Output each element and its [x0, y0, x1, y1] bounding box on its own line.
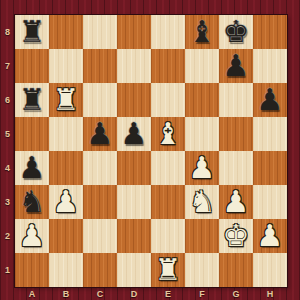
black-pawn-icon[interactable]: ♟: [15, 151, 49, 185]
square-b4[interactable]: [49, 151, 83, 185]
square-c6[interactable]: [83, 83, 117, 117]
file-label: F: [185, 287, 219, 300]
square-a2[interactable]: ♟: [15, 219, 49, 253]
white-bishop-icon[interactable]: ♝: [151, 117, 185, 151]
square-c3[interactable]: [83, 185, 117, 219]
square-e3[interactable]: [151, 185, 185, 219]
square-a3[interactable]: ♞: [15, 185, 49, 219]
rank-label: 8: [0, 15, 15, 49]
square-b6[interactable]: ♜: [49, 83, 83, 117]
square-f4[interactable]: ♟: [185, 151, 219, 185]
square-c7[interactable]: [83, 49, 117, 83]
file-labels: ABCDEFGH: [15, 287, 287, 300]
square-e7[interactable]: [151, 49, 185, 83]
square-d8[interactable]: [117, 15, 151, 49]
square-h1[interactable]: [253, 253, 287, 287]
square-c5[interactable]: ♟: [83, 117, 117, 151]
chess-board-widget: 87654321 ♜♝♚♟♜♜♟♟♟♝♟♟♞♟♞♟♟♚♟♜ ABCDEFGH: [0, 0, 300, 300]
square-b1[interactable]: [49, 253, 83, 287]
square-g8[interactable]: ♚: [219, 15, 253, 49]
square-f3[interactable]: ♞: [185, 185, 219, 219]
black-knight-icon[interactable]: ♞: [15, 185, 49, 219]
rank-label: 7: [0, 49, 15, 83]
square-g1[interactable]: [219, 253, 253, 287]
white-pawn-icon[interactable]: ♟: [253, 219, 287, 253]
square-f2[interactable]: [185, 219, 219, 253]
square-a7[interactable]: [15, 49, 49, 83]
square-d5[interactable]: ♟: [117, 117, 151, 151]
file-label: B: [49, 287, 83, 300]
square-a5[interactable]: [15, 117, 49, 151]
square-a6[interactable]: ♜: [15, 83, 49, 117]
black-rook-icon[interactable]: ♜: [15, 15, 49, 49]
square-b3[interactable]: ♟: [49, 185, 83, 219]
file-label: H: [253, 287, 287, 300]
rank-label: 2: [0, 219, 15, 253]
black-pawn-icon[interactable]: ♟: [253, 83, 287, 117]
file-label: D: [117, 287, 151, 300]
white-knight-icon[interactable]: ♞: [185, 185, 219, 219]
black-pawn-icon[interactable]: ♟: [219, 49, 253, 83]
square-b7[interactable]: [49, 49, 83, 83]
file-label: E: [151, 287, 185, 300]
square-b8[interactable]: [49, 15, 83, 49]
square-f5[interactable]: [185, 117, 219, 151]
square-e5[interactable]: ♝: [151, 117, 185, 151]
square-g5[interactable]: [219, 117, 253, 151]
square-a4[interactable]: ♟: [15, 151, 49, 185]
square-g7[interactable]: ♟: [219, 49, 253, 83]
square-h7[interactable]: [253, 49, 287, 83]
square-c8[interactable]: [83, 15, 117, 49]
file-label: G: [219, 287, 253, 300]
rank-label: 6: [0, 83, 15, 117]
file-label: C: [83, 287, 117, 300]
board: ♜♝♚♟♜♜♟♟♟♝♟♟♞♟♞♟♟♚♟♜: [15, 15, 287, 287]
square-h4[interactable]: [253, 151, 287, 185]
square-d2[interactable]: [117, 219, 151, 253]
square-e4[interactable]: [151, 151, 185, 185]
square-f7[interactable]: [185, 49, 219, 83]
square-b2[interactable]: [49, 219, 83, 253]
square-d7[interactable]: [117, 49, 151, 83]
square-g4[interactable]: [219, 151, 253, 185]
square-h6[interactable]: ♟: [253, 83, 287, 117]
square-g2[interactable]: ♚: [219, 219, 253, 253]
square-h3[interactable]: [253, 185, 287, 219]
square-e6[interactable]: [151, 83, 185, 117]
white-pawn-icon[interactable]: ♟: [219, 185, 253, 219]
white-pawn-icon[interactable]: ♟: [15, 219, 49, 253]
black-king-icon[interactable]: ♚: [219, 15, 253, 49]
square-c2[interactable]: [83, 219, 117, 253]
black-pawn-icon[interactable]: ♟: [117, 117, 151, 151]
square-e8[interactable]: [151, 15, 185, 49]
square-d1[interactable]: [117, 253, 151, 287]
rank-labels: 87654321: [0, 15, 15, 287]
square-d6[interactable]: [117, 83, 151, 117]
square-c1[interactable]: [83, 253, 117, 287]
square-d4[interactable]: [117, 151, 151, 185]
square-f1[interactable]: [185, 253, 219, 287]
square-e1[interactable]: ♜: [151, 253, 185, 287]
square-b5[interactable]: [49, 117, 83, 151]
white-rook-icon[interactable]: ♜: [151, 253, 185, 287]
rank-label: 1: [0, 253, 15, 287]
rank-label: 4: [0, 151, 15, 185]
white-pawn-icon[interactable]: ♟: [49, 185, 83, 219]
rank-label: 5: [0, 117, 15, 151]
black-bishop-icon[interactable]: ♝: [185, 15, 219, 49]
square-g6[interactable]: [219, 83, 253, 117]
white-king-icon[interactable]: ♚: [219, 219, 253, 253]
black-pawn-icon[interactable]: ♟: [83, 117, 117, 151]
square-h8[interactable]: [253, 15, 287, 49]
file-label: A: [15, 287, 49, 300]
square-d3[interactable]: [117, 185, 151, 219]
square-c4[interactable]: [83, 151, 117, 185]
square-h2[interactable]: ♟: [253, 219, 287, 253]
square-h5[interactable]: [253, 117, 287, 151]
square-a8[interactable]: ♜: [15, 15, 49, 49]
square-f6[interactable]: [185, 83, 219, 117]
white-rook-icon[interactable]: ♜: [49, 83, 83, 117]
black-rook-icon[interactable]: ♜: [15, 83, 49, 117]
square-f8[interactable]: ♝: [185, 15, 219, 49]
square-e2[interactable]: [151, 219, 185, 253]
rank-label: 3: [0, 185, 15, 219]
square-a1[interactable]: [15, 253, 49, 287]
square-g3[interactable]: ♟: [219, 185, 253, 219]
white-pawn-icon[interactable]: ♟: [185, 151, 219, 185]
